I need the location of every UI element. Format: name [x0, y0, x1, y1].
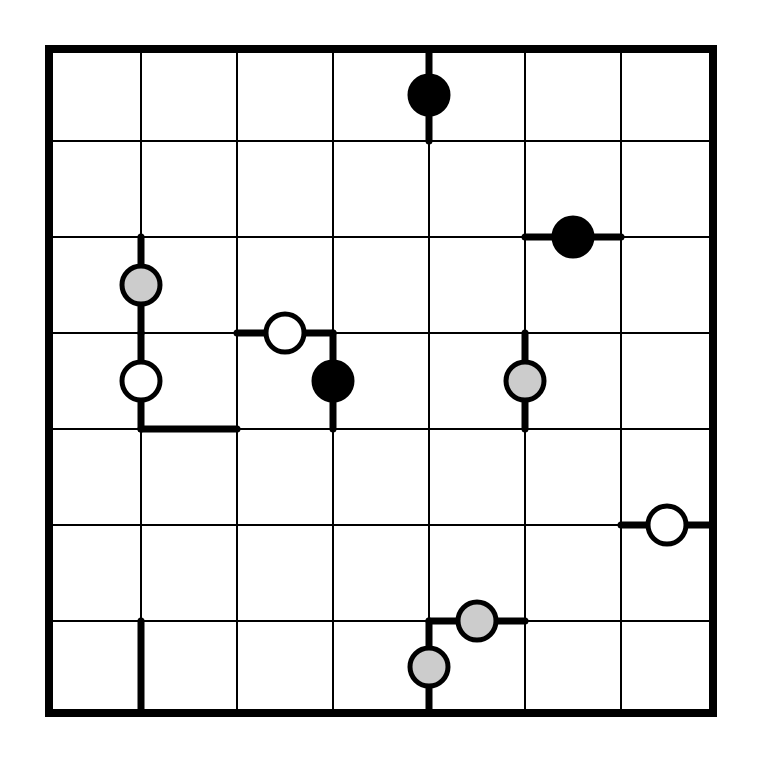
cell-r1c6[interactable]: [523, 49, 618, 144]
cell-r4c2[interactable]: [144, 334, 239, 429]
cell-r1c1[interactable]: [49, 49, 144, 144]
cell-r7c1[interactable]: [49, 618, 144, 713]
cell-r3c3[interactable]: [239, 239, 334, 334]
cell-r7c6[interactable]: [523, 618, 618, 713]
cell-r5c4[interactable]: [334, 428, 429, 523]
cell-r3c4[interactable]: [334, 239, 429, 334]
cell-r7c4[interactable]: [334, 618, 429, 713]
cell-r2c3[interactable]: [239, 144, 334, 239]
cell-r4c4[interactable]: [334, 334, 429, 429]
cell-r6c7[interactable]: [618, 523, 713, 618]
cell-r1c3[interactable]: [239, 49, 334, 144]
cell-r6c1[interactable]: [49, 523, 144, 618]
cell-r2c1[interactable]: [49, 144, 144, 239]
cell-r3c1[interactable]: [49, 239, 144, 334]
cell-r2c2[interactable]: [144, 144, 239, 239]
cell-r5c2[interactable]: [144, 428, 239, 523]
cell-r1c2[interactable]: [144, 49, 239, 144]
cell-r1c5[interactable]: [428, 49, 523, 144]
cell-r6c5[interactable]: [428, 523, 523, 618]
puzzle-board: [49, 49, 713, 713]
cell-r3c7[interactable]: [618, 239, 713, 334]
cell-r4c3[interactable]: [239, 334, 334, 429]
cell-r4c5[interactable]: [428, 334, 523, 429]
cell-r5c5[interactable]: [428, 428, 523, 523]
cell-r3c6[interactable]: [523, 239, 618, 334]
cell-r2c4[interactable]: [334, 144, 429, 239]
cell-r4c1[interactable]: [49, 334, 144, 429]
cell-r2c7[interactable]: [618, 144, 713, 239]
cell-r4c6[interactable]: [523, 334, 618, 429]
cell-r3c2[interactable]: [144, 239, 239, 334]
cell-r4c7[interactable]: [618, 334, 713, 429]
cell-r6c6[interactable]: [523, 523, 618, 618]
cell-r1c4[interactable]: [334, 49, 429, 144]
cell-r7c2[interactable]: [144, 618, 239, 713]
cell-r5c3[interactable]: [239, 428, 334, 523]
cell-r5c1[interactable]: [49, 428, 144, 523]
cell-r7c5[interactable]: [428, 618, 523, 713]
cell-r6c4[interactable]: [334, 523, 429, 618]
cell-r5c7[interactable]: [618, 428, 713, 523]
cell-r6c3[interactable]: [239, 523, 334, 618]
cell-r5c6[interactable]: [523, 428, 618, 523]
puzzle-page: [0, 0, 760, 760]
cell-r7c3[interactable]: [239, 618, 334, 713]
cell-r2c6[interactable]: [523, 144, 618, 239]
cell-r3c5[interactable]: [428, 239, 523, 334]
cell-r2c5[interactable]: [428, 144, 523, 239]
cell-r7c7[interactable]: [618, 618, 713, 713]
cell-r6c2[interactable]: [144, 523, 239, 618]
cell-r1c7[interactable]: [618, 49, 713, 144]
